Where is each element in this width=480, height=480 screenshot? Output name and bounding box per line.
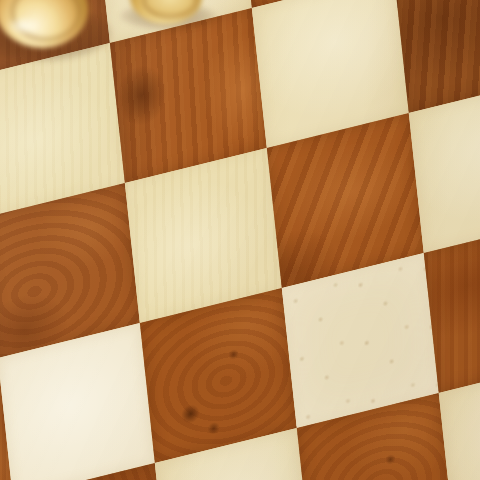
chess-board	[0, 0, 480, 480]
board-square-dark	[394, 0, 480, 113]
chessboard-photo	[0, 0, 480, 480]
